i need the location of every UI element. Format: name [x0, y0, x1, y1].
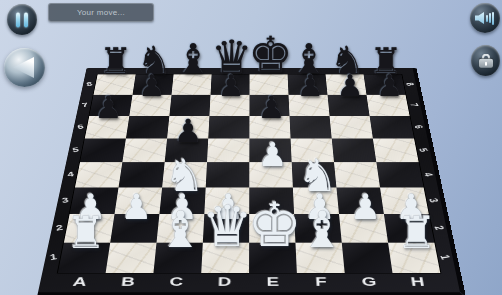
board-square[interactable]: [342, 243, 393, 273]
chess-piece-black-bishop[interactable]: ♝: [175, 39, 212, 80]
rank-label: 4: [62, 169, 78, 181]
lock-button[interactable]: [471, 45, 500, 76]
chess-piece-black-pawn[interactable]: ♟: [376, 71, 403, 101]
file-label: D: [200, 273, 249, 290]
chess-piece-white-bishop[interactable]: ♝: [158, 205, 203, 255]
board-square[interactable]: [75, 162, 122, 187]
lock-icon: [479, 53, 493, 67]
file-label: F: [297, 273, 346, 290]
chess-piece-black-pawn[interactable]: ♟: [138, 71, 165, 101]
board-square[interactable]: [330, 116, 373, 139]
file-label: B: [103, 273, 153, 290]
status-message-box: Your move...: [48, 3, 154, 22]
board-square[interactable]: [334, 162, 380, 187]
board-square[interactable]: [206, 162, 250, 187]
chess-piece-black-pawn[interactable]: ♟: [337, 71, 364, 101]
rank-label: 8: [82, 79, 97, 89]
chess-piece-black-pawn[interactable]: ♟: [218, 71, 245, 101]
rank-label: 4: [417, 169, 439, 179]
chess-piece-white-pawn[interactable]: ♟: [121, 190, 152, 225]
rank-label: 1: [433, 251, 457, 264]
board-square[interactable]: [106, 243, 157, 273]
chess-piece-white-queen[interactable]: ♛: [202, 198, 253, 255]
speaker-icon: [475, 11, 495, 25]
chess-piece-black-rook[interactable]: ♜: [99, 43, 132, 80]
back-button[interactable]: [4, 48, 45, 87]
board-square[interactable]: [370, 116, 414, 139]
file-label: H: [393, 273, 444, 290]
rank-label: 6: [408, 122, 428, 131]
file-label: C: [152, 273, 202, 290]
status-message: Your move...: [77, 8, 125, 17]
board-square[interactable]: [122, 139, 167, 163]
file-label: A: [54, 273, 105, 290]
chess-piece-black-pawn[interactable]: ♟: [257, 92, 285, 123]
file-label: E: [249, 273, 298, 290]
board-square[interactable]: [376, 162, 423, 187]
board-square[interactable]: [290, 116, 332, 139]
chess-piece-black-pawn[interactable]: ♟: [94, 92, 122, 123]
chess-piece-black-pawn[interactable]: ♟: [297, 71, 324, 101]
chess-piece-white-bishop[interactable]: ♝: [299, 205, 344, 255]
chess-piece-white-king[interactable]: ♚: [247, 194, 302, 255]
chess-piece-black-pawn[interactable]: ♟: [174, 115, 203, 147]
rank-label: 1: [45, 250, 63, 264]
chess-piece-white-pawn[interactable]: ♟: [258, 138, 288, 171]
board-square[interactable]: [207, 139, 249, 163]
board-square[interactable]: [126, 116, 169, 139]
volume-button[interactable]: [470, 3, 500, 33]
board-square[interactable]: [332, 139, 377, 163]
chess-piece-white-pawn[interactable]: ♟: [350, 190, 381, 225]
board-square[interactable]: [119, 162, 165, 187]
board-square[interactable]: [208, 116, 249, 139]
game-scene: 1122334455667788ABCDEFGH ♜♞♝♛♚♝♞♜♟♟♟♟♟♟♟…: [0, 0, 502, 295]
file-label: G: [345, 273, 395, 290]
chess-piece-white-rook[interactable]: ♜: [396, 210, 436, 255]
pause-icon: [16, 12, 28, 27]
rank-label: 7: [404, 101, 424, 110]
back-arrow-icon: [13, 57, 34, 78]
rank-label: 5: [68, 144, 84, 155]
chess-piece-white-rook[interactable]: ♜: [65, 210, 105, 255]
rank-label: 6: [73, 122, 88, 133]
pause-button[interactable]: [7, 4, 37, 35]
rank-label: 5: [413, 145, 434, 155]
board-square[interactable]: [373, 139, 419, 163]
chess-piece-black-king[interactable]: ♚: [248, 30, 293, 80]
board-square[interactable]: [80, 139, 126, 163]
rank-label: 7: [78, 100, 93, 110]
